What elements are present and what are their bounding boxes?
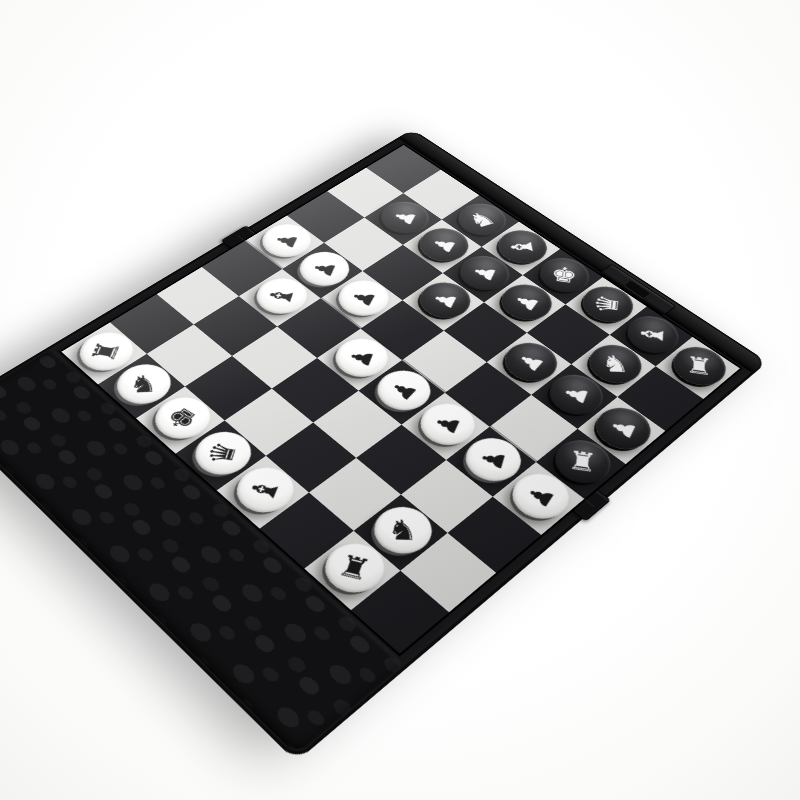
black-pawn-glyph: ♟	[606, 415, 641, 442]
white-bishop-glyph: ♝	[264, 285, 299, 308]
black-pawn-glyph: ♟	[469, 262, 500, 283]
white-pawn-glyph: ♟	[476, 447, 510, 472]
white-rook-glyph: ♜	[335, 550, 375, 585]
black-pawn-glyph: ♟	[510, 290, 544, 314]
black-bishop-glyph: ♝	[637, 323, 669, 347]
black-bishop-glyph: ♝	[507, 237, 539, 255]
black-knight-glyph: ♞	[465, 207, 500, 231]
white-pawn-glyph: ♟	[386, 377, 423, 404]
white-rook-glyph: ♜	[87, 339, 126, 364]
white-pawn-glyph: ♟	[309, 259, 340, 279]
black-pawn-glyph: ♟	[390, 207, 421, 227]
white-knight-glyph: ♞	[387, 516, 418, 544]
white-queen-glyph: ♛	[203, 439, 243, 467]
product-photo-scene: ♞♝♚♛♝♜♟♟♟♟♞♟♟♟♟♟♟♟♜♝♟♟♟♟♟♞♜♞♚♛♝♜	[0, 0, 800, 800]
black-rook-glyph: ♜	[685, 353, 714, 379]
black-pawn-glyph: ♟	[513, 349, 549, 375]
scene-tilt-wrapper: ♞♝♚♛♝♜♟♟♟♟♞♟♟♟♟♟♟♟♜♝♟♟♟♟♟♞♜♞♚♛♝♜	[0, 0, 800, 800]
chess-folder-case: ♞♝♚♛♝♜♟♟♟♟♞♟♟♟♟♟♟♟♜♝♟♟♟♟♟♞♜♞♚♛♝♜	[0, 129, 768, 762]
black-knight-glyph: ♞	[600, 352, 630, 375]
white-pawn-glyph: ♟	[430, 411, 465, 437]
black-rook-glyph: ♜	[567, 447, 599, 476]
white-pawn-glyph: ♟	[522, 481, 560, 511]
black-pawn-glyph: ♟	[428, 234, 460, 255]
black-king-glyph: ♚	[550, 263, 579, 286]
white-bishop-glyph: ♝	[244, 475, 286, 505]
black-queen-glyph: ♛	[592, 293, 624, 316]
white-pawn-glyph: ♟	[271, 231, 302, 251]
black-pawn-glyph: ♟	[560, 382, 593, 407]
white-knight-glyph: ♞	[129, 372, 159, 397]
white-pawn-glyph: ♟	[347, 287, 380, 309]
white-pawn-glyph: ♟	[345, 346, 378, 369]
black-pawn-glyph: ♟	[429, 289, 461, 311]
white-king-glyph: ♚	[161, 402, 204, 435]
